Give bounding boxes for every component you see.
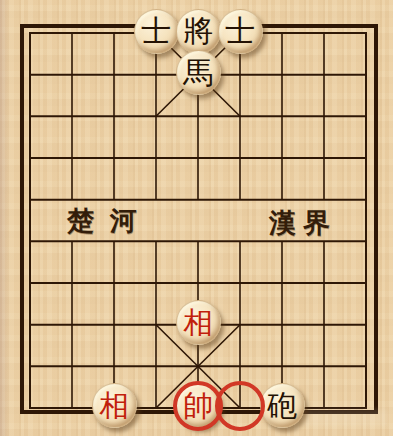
piece-black-general[interactable]: 將 — [176, 9, 221, 54]
piece-red-elephant-left[interactable]: 相 — [92, 383, 137, 428]
piece-black-cannon[interactable]: 砲 — [260, 383, 305, 428]
board-grid[interactable]: 士將士馬相相帥砲 — [9, 12, 387, 429]
piece-black-advisor-left[interactable]: 士 — [134, 9, 179, 54]
piece-red-elephant-center[interactable]: 相 — [176, 300, 221, 345]
piece-black-advisor-right[interactable]: 士 — [218, 9, 263, 54]
piece-red-general[interactable]: 帥 — [176, 383, 221, 428]
watermark-smudge — [302, 409, 388, 425]
piece-black-horse[interactable]: 馬 — [176, 50, 221, 95]
xiangqi-board-screen: 楚河 漢界 士將士馬相相帥砲 — [0, 0, 393, 436]
last-move-from-ring — [215, 381, 265, 431]
